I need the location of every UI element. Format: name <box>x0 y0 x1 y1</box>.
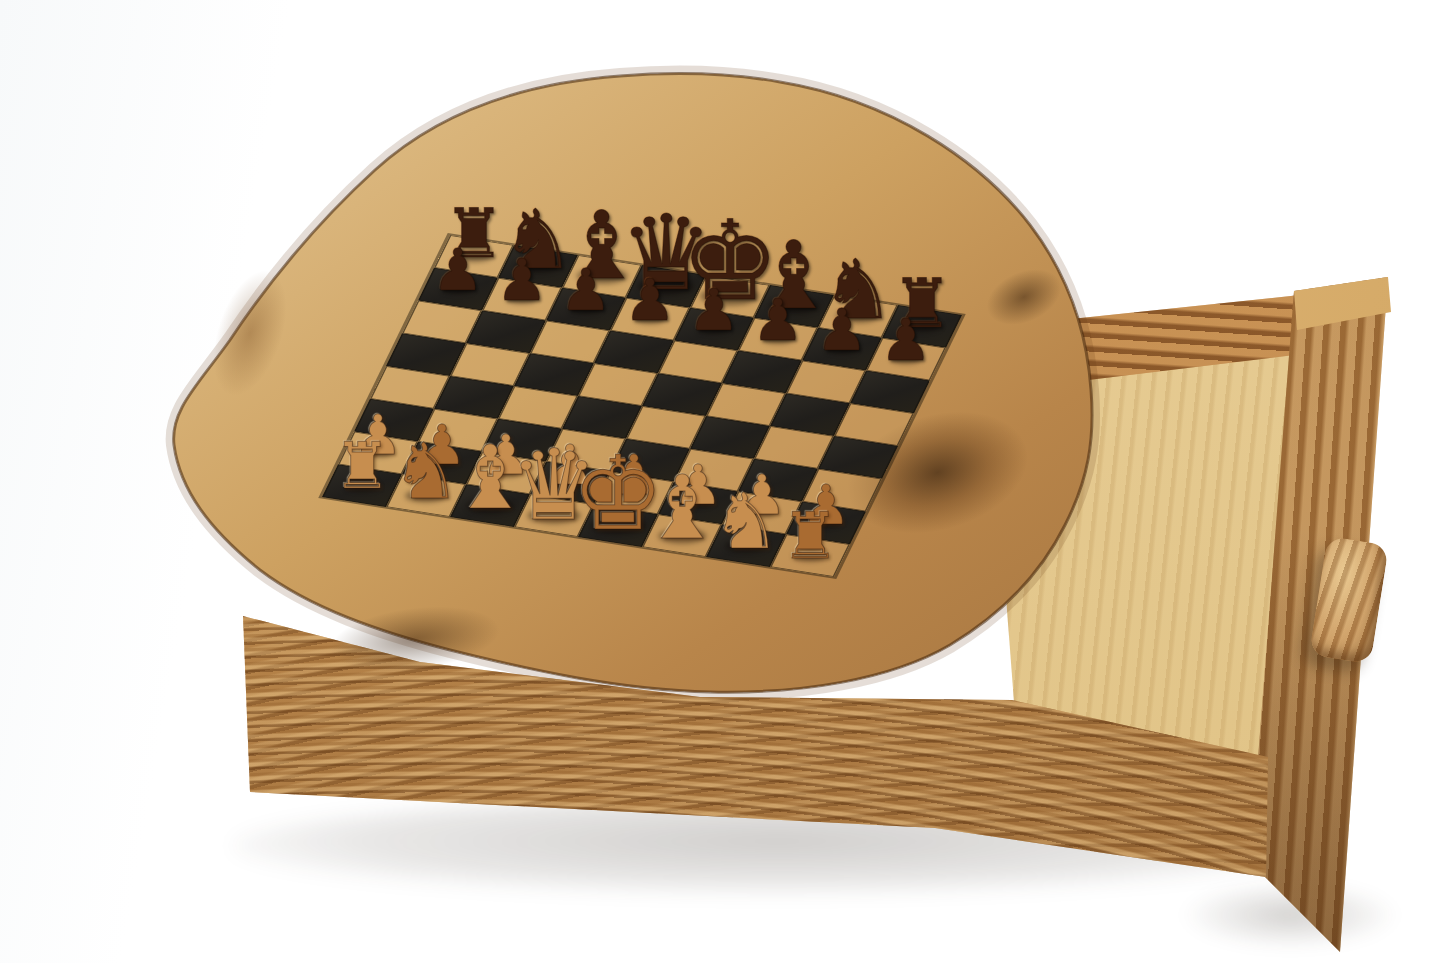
scene: ♜♞♝♛♚♝♞♜♟♟♟♟♟♟♟♟♟♟♟♟♟♟♟♟♜♞♝♛♚♝♞♜ <box>0 0 1445 963</box>
